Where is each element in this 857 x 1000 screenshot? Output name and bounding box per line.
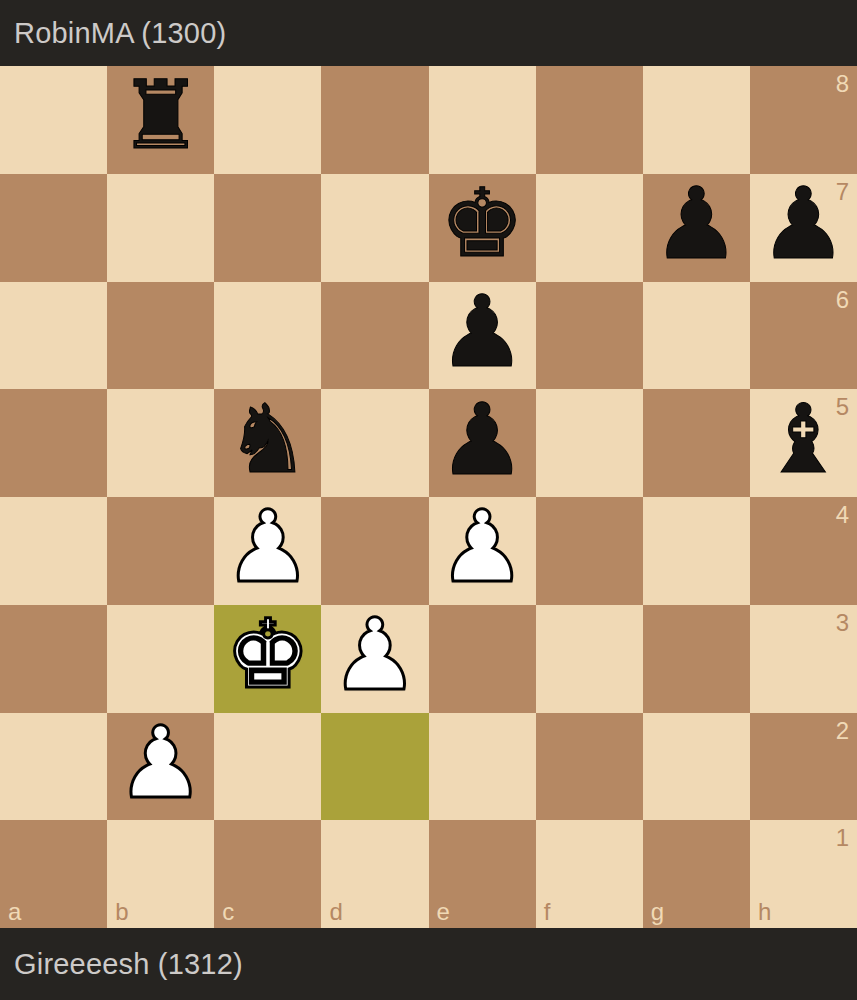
square-c3[interactable]: ♚ [214, 605, 321, 713]
square-d2[interactable] [321, 713, 428, 821]
file-label-c: c [222, 900, 234, 924]
square-a5[interactable] [0, 389, 107, 497]
black-knight[interactable]: ♞ [225, 392, 310, 487]
rank-label-6: 6 [836, 288, 849, 312]
black-bishop[interactable]: ♝ [761, 392, 846, 487]
square-e3[interactable] [429, 605, 536, 713]
black-rook[interactable]: ♜ [118, 68, 203, 163]
black-pawn[interactable]: ♟ [438, 390, 527, 489]
white-pawn[interactable]: ♟ [331, 605, 420, 704]
file-label-e: e [437, 900, 450, 924]
square-d5[interactable] [321, 389, 428, 497]
black-pawn[interactable]: ♟ [759, 174, 848, 273]
square-f2[interactable] [536, 713, 643, 821]
square-b2[interactable]: ♟ [107, 713, 214, 821]
file-label-h: h [758, 900, 771, 924]
square-h1[interactable]: 1h [750, 820, 857, 928]
black-pawn[interactable]: ♟ [652, 174, 741, 273]
player-top-bar: RobinMA (1300) [0, 0, 857, 66]
square-a2[interactable] [0, 713, 107, 821]
square-a6[interactable] [0, 282, 107, 390]
square-e7[interactable]: ♚ [429, 174, 536, 282]
square-d3[interactable]: ♟ [321, 605, 428, 713]
square-c4[interactable]: ♟ [214, 497, 321, 605]
square-c2[interactable] [214, 713, 321, 821]
square-h5[interactable]: 5♝ [750, 389, 857, 497]
player-bottom-bar: Gireeeesh (1312) [0, 928, 857, 1000]
file-label-d: d [329, 900, 342, 924]
square-f1[interactable]: f [536, 820, 643, 928]
square-a7[interactable] [0, 174, 107, 282]
square-e5[interactable]: ♟ [429, 389, 536, 497]
square-g8[interactable] [643, 66, 750, 174]
square-g1[interactable]: g [643, 820, 750, 928]
square-b7[interactable] [107, 174, 214, 282]
chess-game-screen: RobinMA (1300) ♜8♚♟7♟♟6♞♟5♝♟♟4♚♟3♟2abcde… [0, 0, 857, 1000]
square-g2[interactable] [643, 713, 750, 821]
player-bottom-name: Gireeeesh (1312) [14, 948, 243, 981]
square-c5[interactable]: ♞ [214, 389, 321, 497]
square-e6[interactable]: ♟ [429, 282, 536, 390]
square-h4[interactable]: 4 [750, 497, 857, 605]
square-f6[interactable] [536, 282, 643, 390]
square-h8[interactable]: 8 [750, 66, 857, 174]
square-f3[interactable] [536, 605, 643, 713]
file-label-g: g [651, 900, 664, 924]
square-b6[interactable] [107, 282, 214, 390]
file-label-b: b [115, 900, 128, 924]
square-d7[interactable] [321, 174, 428, 282]
square-c1[interactable]: c [214, 820, 321, 928]
white-king[interactable]: ♚ [225, 607, 310, 702]
square-f7[interactable] [536, 174, 643, 282]
black-pawn[interactable]: ♟ [438, 282, 527, 381]
square-d6[interactable] [321, 282, 428, 390]
square-b8[interactable]: ♜ [107, 66, 214, 174]
square-g7[interactable]: ♟ [643, 174, 750, 282]
square-g3[interactable] [643, 605, 750, 713]
square-h3[interactable]: 3 [750, 605, 857, 713]
white-pawn[interactable]: ♟ [223, 497, 312, 596]
square-e1[interactable]: e [429, 820, 536, 928]
square-g4[interactable] [643, 497, 750, 605]
square-c8[interactable] [214, 66, 321, 174]
square-b4[interactable] [107, 497, 214, 605]
rank-label-1: 1 [836, 826, 849, 850]
square-h6[interactable]: 6 [750, 282, 857, 390]
square-f4[interactable] [536, 497, 643, 605]
square-f5[interactable] [536, 389, 643, 497]
square-b3[interactable] [107, 605, 214, 713]
square-b1[interactable]: b [107, 820, 214, 928]
square-h2[interactable]: 2 [750, 713, 857, 821]
file-label-a: a [8, 900, 21, 924]
square-d4[interactable] [321, 497, 428, 605]
square-c6[interactable] [214, 282, 321, 390]
square-f8[interactable] [536, 66, 643, 174]
square-g6[interactable] [643, 282, 750, 390]
file-label-f: f [544, 900, 551, 924]
square-c7[interactable] [214, 174, 321, 282]
rank-label-2: 2 [836, 719, 849, 743]
chess-board[interactable]: ♜8♚♟7♟♟6♞♟5♝♟♟4♚♟3♟2abcdefg1h [0, 66, 857, 928]
square-g5[interactable] [643, 389, 750, 497]
player-top-name: RobinMA (1300) [14, 17, 226, 50]
square-e2[interactable] [429, 713, 536, 821]
square-d1[interactable]: d [321, 820, 428, 928]
black-king[interactable]: ♚ [439, 176, 524, 271]
rank-label-3: 3 [836, 611, 849, 635]
white-pawn[interactable]: ♟ [438, 497, 527, 596]
square-a4[interactable] [0, 497, 107, 605]
square-h7[interactable]: 7♟ [750, 174, 857, 282]
square-d8[interactable] [321, 66, 428, 174]
square-b5[interactable] [107, 389, 214, 497]
rank-label-8: 8 [836, 72, 849, 96]
square-a8[interactable] [0, 66, 107, 174]
square-e8[interactable] [429, 66, 536, 174]
square-a3[interactable] [0, 605, 107, 713]
square-e4[interactable]: ♟ [429, 497, 536, 605]
white-pawn[interactable]: ♟ [116, 713, 205, 812]
square-a1[interactable]: a [0, 820, 107, 928]
rank-label-4: 4 [836, 503, 849, 527]
